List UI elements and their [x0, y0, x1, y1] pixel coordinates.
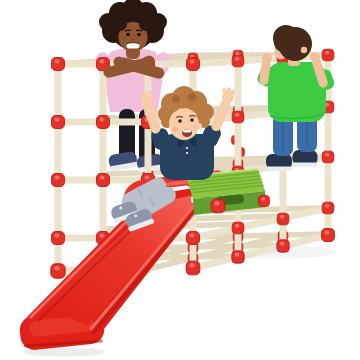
boy-hand-left — [262, 53, 272, 63]
platform-connector-right — [258, 195, 269, 206]
boy-shoe-left — [266, 154, 292, 171]
boy-ear — [301, 47, 307, 53]
boy-figure — [256, 25, 336, 171]
boy-shoe-right — [293, 150, 318, 167]
girl-hand-right — [144, 56, 155, 67]
girl-hand-left — [114, 57, 125, 68]
girl-hairline-right — [139, 17, 153, 31]
boy-hand-right — [310, 52, 320, 62]
toddler-ear — [196, 123, 202, 129]
platform-connector-left — [211, 199, 225, 213]
girl-hairline-left — [113, 17, 127, 31]
girl-figure-upper — [99, 0, 167, 80]
product-photo — [0, 0, 360, 360]
playground-scene — [0, 0, 360, 360]
girl-shoe-left — [108, 151, 138, 172]
toddler-hand-right — [222, 87, 235, 103]
